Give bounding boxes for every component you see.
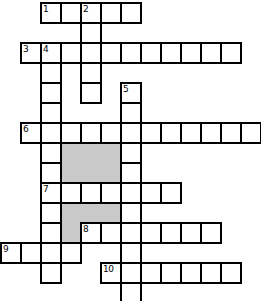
grid-cell-r2c10[interactable] (200, 42, 222, 64)
grid-cell-r6c8[interactable] (160, 122, 182, 144)
blocked-region-2 (60, 202, 122, 224)
grid-cell-r2c1[interactable] (20, 42, 42, 64)
grid-cell-r0c3[interactable] (60, 2, 82, 24)
grid-cell-r13c10[interactable] (200, 262, 222, 284)
grid-cell-r3c2[interactable] (40, 62, 62, 84)
grid-cell-r10c2[interactable] (40, 202, 62, 224)
grid-cell-r13c9[interactable] (180, 262, 202, 284)
grid-cell-r14c6[interactable] (120, 282, 142, 301)
grid-cell-r11c8[interactable] (160, 222, 182, 244)
grid-cell-r2c6[interactable] (120, 42, 142, 64)
grid-cell-r6c2[interactable] (40, 122, 62, 144)
crossword-board: 12345678910 (0, 0, 261, 301)
grid-cell-r8c6[interactable] (120, 162, 142, 184)
grid-cell-r13c11[interactable] (220, 262, 242, 284)
grid-cell-r2c2[interactable] (40, 42, 62, 64)
grid-cell-r2c11[interactable] (220, 42, 242, 64)
grid-cell-r9c3[interactable] (60, 182, 82, 204)
grid-cell-r12c3[interactable] (60, 242, 82, 264)
grid-cell-r12c0[interactable] (0, 242, 22, 264)
grid-cell-r2c7[interactable] (140, 42, 162, 64)
grid-cell-r6c6[interactable] (120, 122, 142, 144)
grid-cell-r9c7[interactable] (140, 182, 162, 204)
grid-cell-r6c3[interactable] (60, 122, 82, 144)
grid-cell-r10c6[interactable] (120, 202, 142, 224)
grid-cell-r11c7[interactable] (140, 222, 162, 244)
grid-cell-r6c4[interactable] (80, 122, 102, 144)
grid-cell-r0c6[interactable] (120, 2, 142, 24)
grid-cell-r6c5[interactable] (100, 122, 122, 144)
grid-cell-r11c6[interactable] (120, 222, 142, 244)
grid-cell-r6c12[interactable] (240, 122, 261, 144)
grid-cell-r4c2[interactable] (40, 82, 62, 104)
grid-cell-r13c5[interactable] (100, 262, 122, 284)
grid-cell-r6c9[interactable] (180, 122, 202, 144)
grid-cell-r4c6[interactable] (120, 82, 142, 104)
grid-cell-r9c4[interactable] (80, 182, 102, 204)
grid-cell-r9c8[interactable] (160, 182, 182, 204)
grid-cell-r4c4[interactable] (80, 82, 102, 104)
grid-cell-r7c6[interactable] (120, 142, 142, 164)
blocked-region-3 (60, 222, 82, 244)
grid-cell-r13c2[interactable] (40, 262, 62, 284)
grid-cell-r11c2[interactable] (40, 222, 62, 244)
grid-cell-r0c4[interactable] (80, 2, 102, 24)
grid-cell-r11c4[interactable] (80, 222, 102, 244)
grid-cell-r11c5[interactable] (100, 222, 122, 244)
grid-cell-r2c9[interactable] (180, 42, 202, 64)
grid-cell-r9c5[interactable] (100, 182, 122, 204)
grid-cell-r6c7[interactable] (140, 122, 162, 144)
grid-cell-r11c9[interactable] (180, 222, 202, 244)
grid-cell-r13c6[interactable] (120, 262, 142, 284)
grid-cell-r3c4[interactable] (80, 62, 102, 84)
grid-cell-r0c2[interactable] (40, 2, 62, 24)
grid-cell-r0c5[interactable] (100, 2, 122, 24)
grid-cell-r7c2[interactable] (40, 142, 62, 164)
grid-cell-r13c7[interactable] (140, 262, 162, 284)
grid-cell-r5c6[interactable] (120, 102, 142, 124)
grid-cell-r6c1[interactable] (20, 122, 42, 144)
grid-cell-r2c8[interactable] (160, 42, 182, 64)
blocked-region-1 (60, 142, 122, 184)
grid-cell-r9c6[interactable] (120, 182, 142, 204)
grid-cell-r5c2[interactable] (40, 102, 62, 124)
grid-cell-r2c5[interactable] (100, 42, 122, 64)
grid-cell-r12c6[interactable] (120, 242, 142, 264)
grid-cell-r6c11[interactable] (220, 122, 242, 144)
grid-cell-r11c10[interactable] (200, 222, 222, 244)
grid-cell-r12c2[interactable] (40, 242, 62, 264)
grid-cell-r2c3[interactable] (60, 42, 82, 64)
grid-cell-r13c8[interactable] (160, 262, 182, 284)
grid-cell-r8c2[interactable] (40, 162, 62, 184)
grid-cell-r9c2[interactable] (40, 182, 62, 204)
grid-cell-r12c1[interactable] (20, 242, 42, 264)
grid-cell-r1c4[interactable] (80, 22, 102, 44)
grid-cell-r6c10[interactable] (200, 122, 222, 144)
grid-cell-r2c4[interactable] (80, 42, 102, 64)
